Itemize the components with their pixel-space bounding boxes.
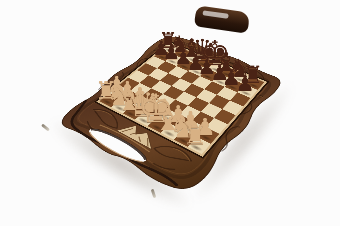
chess-case: ♜♞♝♛♚♝♞♜♟♟♟♟♟♟♟♟♟♟♟♟♟♟♟♟♜♞♝♛♚♝♞♜ [45, 28, 294, 207]
white-rook-h1[interactable]: ♜ [187, 136, 210, 153]
carry-handle [194, 5, 250, 33]
black-pawn-glyph: ♟ [228, 72, 261, 94]
pieces-layer: ♜♞♝♛♚♝♞♜♟♟♟♟♟♟♟♟♟♟♟♟♟♟♟♟♜♞♝♛♚♝♞♜ [45, 28, 294, 207]
product-photo-chess-set: ♜♞♝♛♚♝♞♜♟♟♟♟♟♟♟♟♟♟♟♟♟♟♟♟♜♞♝♛♚♝♞♜ [0, 0, 340, 226]
white-rook-glyph: ♜ [176, 121, 214, 148]
